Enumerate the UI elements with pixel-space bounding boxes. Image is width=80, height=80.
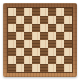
square-h8[interactable] [64,8,72,16]
square-e7[interactable] [40,16,48,24]
square-h4[interactable] [64,40,72,48]
square-c2[interactable] [24,56,32,64]
square-b2[interactable] [16,56,24,64]
square-b4[interactable] [16,40,24,48]
square-c3[interactable] [24,48,32,56]
square-a7[interactable] [8,16,16,24]
square-b6[interactable] [16,24,24,32]
square-b5[interactable] [16,32,24,40]
square-h5[interactable] [64,32,72,40]
square-e3[interactable] [40,48,48,56]
square-b1[interactable] [16,64,24,72]
square-g1[interactable] [56,64,64,72]
square-f3[interactable] [48,48,56,56]
chess-board [3,3,77,77]
square-d7[interactable] [32,16,40,24]
square-d3[interactable] [32,48,40,56]
photo-background [0,0,80,80]
square-c1[interactable] [24,64,32,72]
square-f7[interactable] [48,16,56,24]
square-h6[interactable] [64,24,72,32]
square-e1[interactable] [40,64,48,72]
square-d8[interactable] [32,8,40,16]
square-g6[interactable] [56,24,64,32]
square-h3[interactable] [64,48,72,56]
square-e5[interactable] [40,32,48,40]
square-e6[interactable] [40,24,48,32]
square-e2[interactable] [40,56,48,64]
square-e8[interactable] [40,8,48,16]
square-b8[interactable] [16,8,24,16]
square-c8[interactable] [24,8,32,16]
square-d1[interactable] [32,64,40,72]
square-d6[interactable] [32,24,40,32]
square-c7[interactable] [24,16,32,24]
square-f6[interactable] [48,24,56,32]
square-a5[interactable] [8,32,16,40]
square-g2[interactable] [56,56,64,64]
square-a4[interactable] [8,40,16,48]
square-f1[interactable] [48,64,56,72]
board-grid [8,8,72,72]
square-c4[interactable] [24,40,32,48]
square-g8[interactable] [56,8,64,16]
square-b7[interactable] [16,16,24,24]
square-a8[interactable] [8,8,16,16]
square-f2[interactable] [48,56,56,64]
square-f8[interactable] [48,8,56,16]
square-d4[interactable] [32,40,40,48]
square-e4[interactable] [40,40,48,48]
square-g4[interactable] [56,40,64,48]
square-h7[interactable] [64,16,72,24]
square-f5[interactable] [48,32,56,40]
square-g5[interactable] [56,32,64,40]
square-a3[interactable] [8,48,16,56]
square-d5[interactable] [32,32,40,40]
square-h1[interactable] [64,64,72,72]
square-f4[interactable] [48,40,56,48]
square-h2[interactable] [64,56,72,64]
square-a2[interactable] [8,56,16,64]
square-g7[interactable] [56,16,64,24]
square-a1[interactable] [8,64,16,72]
square-c6[interactable] [24,24,32,32]
square-g3[interactable] [56,48,64,56]
square-c5[interactable] [24,32,32,40]
square-d2[interactable] [32,56,40,64]
square-b3[interactable] [16,48,24,56]
square-a6[interactable] [8,24,16,32]
